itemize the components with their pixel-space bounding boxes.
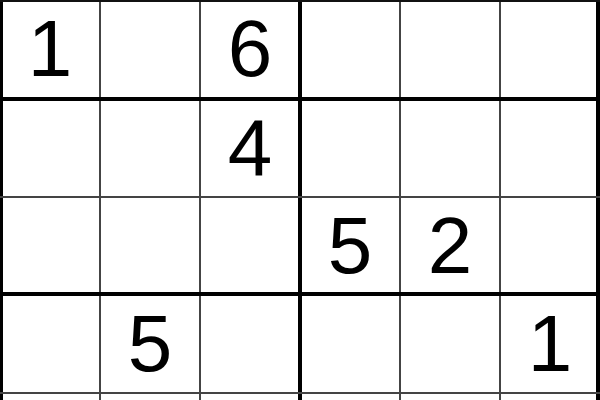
cell-r1c2[interactable]	[100, 0, 200, 98]
grid-line-col2-col3	[199, 0, 201, 400]
cell-r2c3[interactable]: 4	[200, 98, 300, 197]
cell-r3c1[interactable]	[0, 197, 100, 295]
cell-r4c2[interactable]: 5	[100, 295, 200, 393]
cell-r1c5[interactable]	[400, 0, 500, 98]
cell-r2c1[interactable]	[0, 98, 100, 197]
cell-r3c6[interactable]	[500, 197, 600, 295]
sudoku-board: 1 6 4 5 2 5 1	[0, 0, 600, 400]
cell-r1c1[interactable]: 1	[0, 0, 100, 98]
cell-r5c1[interactable]	[0, 393, 100, 400]
grid-line-col5-col6	[499, 0, 501, 400]
cell-r3c4[interactable]: 5	[300, 197, 400, 295]
cell-r1c4[interactable]	[300, 0, 400, 98]
cell-r1c6[interactable]	[500, 0, 600, 98]
grid-box-line-vertical	[298, 0, 302, 400]
cell-r5c4[interactable]	[300, 393, 400, 400]
grid-line-row2-row3	[0, 196, 600, 198]
grid-line-col4-col5	[399, 0, 401, 400]
cell-r1c3[interactable]: 6	[200, 0, 300, 98]
cell-r4c3[interactable]	[200, 295, 300, 393]
cell-r2c6[interactable]	[500, 98, 600, 197]
cell-r5c6[interactable]	[500, 393, 600, 400]
cell-r4c5[interactable]	[400, 295, 500, 393]
cell-r5c2[interactable]	[100, 393, 200, 400]
cell-r4c1[interactable]	[0, 295, 100, 393]
cell-r2c2[interactable]	[100, 98, 200, 197]
grid-line-col1-col2	[99, 0, 101, 400]
cell-r5c3[interactable]	[200, 393, 300, 400]
cell-r3c5[interactable]: 2	[400, 197, 500, 295]
cell-r5c5[interactable]	[400, 393, 500, 400]
cell-r2c4[interactable]	[300, 98, 400, 197]
grid-box-line-after-row1	[0, 97, 600, 101]
grid-border-right	[596, 0, 600, 400]
cell-r2c5[interactable]	[400, 98, 500, 197]
grid-line-top-edge	[0, 0, 600, 2]
cell-r3c2[interactable]	[100, 197, 200, 295]
grid-line-row4-row5	[0, 392, 600, 394]
cell-r4c4[interactable]	[300, 295, 400, 393]
cell-r4c6[interactable]: 1	[500, 295, 600, 393]
grid-box-line-after-row3	[0, 292, 600, 296]
grid-border-left	[0, 0, 3, 400]
cell-r3c3[interactable]	[200, 197, 300, 295]
